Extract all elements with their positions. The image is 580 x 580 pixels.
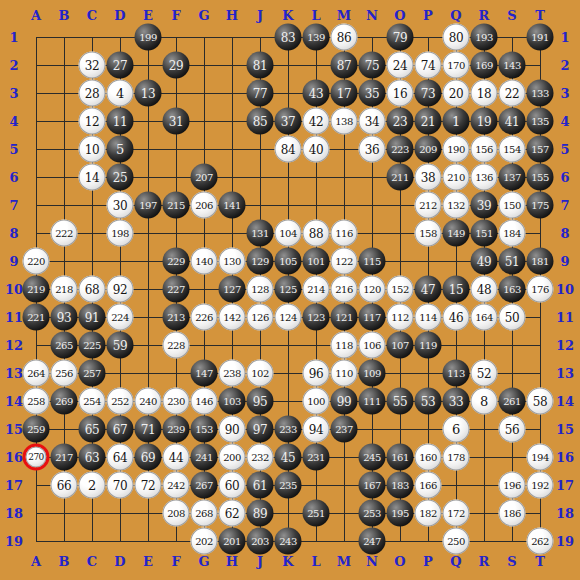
move-number: 80 bbox=[449, 31, 463, 43]
stone-L15[interactable]: 94 bbox=[303, 416, 330, 443]
stone-Q3[interactable]: 20 bbox=[443, 80, 470, 107]
stone-C6[interactable]: 14 bbox=[79, 164, 106, 191]
stone-D12[interactable]: 59 bbox=[107, 332, 134, 359]
stone-C3[interactable]: 28 bbox=[79, 80, 106, 107]
stone-G16[interactable]: 241 bbox=[191, 444, 218, 471]
move-number: 259 bbox=[27, 424, 45, 434]
stone-D5[interactable]: 5 bbox=[107, 136, 134, 163]
stone-N5[interactable]: 36 bbox=[359, 136, 386, 163]
coord-label-left-5: 5 bbox=[9, 143, 18, 156]
move-number: 136 bbox=[475, 172, 493, 182]
stone-J16[interactable]: 232 bbox=[247, 444, 274, 471]
stone-A14[interactable]: 258 bbox=[23, 388, 50, 415]
stone-B11[interactable]: 93 bbox=[51, 304, 78, 331]
stone-D3[interactable]: 4 bbox=[107, 80, 134, 107]
stone-N14[interactable]: 111 bbox=[359, 388, 386, 415]
stone-G18[interactable]: 268 bbox=[191, 500, 218, 527]
stone-J11[interactable]: 126 bbox=[247, 304, 274, 331]
stone-T16[interactable]: 194 bbox=[527, 444, 554, 471]
stone-O6[interactable]: 211 bbox=[387, 164, 414, 191]
stone-F15[interactable]: 239 bbox=[163, 416, 190, 443]
stone-H10[interactable]: 127 bbox=[219, 276, 246, 303]
stone-P4[interactable]: 21 bbox=[415, 108, 442, 135]
stone-Q13[interactable]: 113 bbox=[443, 360, 470, 387]
stone-P16[interactable]: 160 bbox=[415, 444, 442, 471]
stone-P6[interactable]: 38 bbox=[415, 164, 442, 191]
stone-O18[interactable]: 195 bbox=[387, 500, 414, 527]
move-number: 269 bbox=[55, 396, 73, 406]
move-number: 19 bbox=[477, 115, 491, 127]
stone-K5[interactable]: 84 bbox=[275, 136, 302, 163]
stone-K19[interactable]: 243 bbox=[275, 528, 302, 555]
stone-N13[interactable]: 109 bbox=[359, 360, 386, 387]
stone-D10[interactable]: 92 bbox=[107, 276, 134, 303]
stone-T6[interactable]: 155 bbox=[527, 164, 554, 191]
stone-J9[interactable]: 129 bbox=[247, 248, 274, 275]
move-number: 35 bbox=[365, 87, 379, 99]
stone-Q2[interactable]: 170 bbox=[443, 52, 470, 79]
coord-label-right-1: 1 bbox=[560, 31, 569, 44]
stone-Q19[interactable]: 250 bbox=[443, 528, 470, 555]
stone-N11[interactable]: 117 bbox=[359, 304, 386, 331]
stone-S4[interactable]: 41 bbox=[499, 108, 526, 135]
stone-Q15[interactable]: 6 bbox=[443, 416, 470, 443]
stone-S2[interactable]: 143 bbox=[499, 52, 526, 79]
coord-label-bottom-F: F bbox=[171, 555, 180, 568]
stone-R9[interactable]: 49 bbox=[471, 248, 498, 275]
stone-D14[interactable]: 252 bbox=[107, 388, 134, 415]
move-number: 181 bbox=[531, 256, 549, 266]
stone-H19[interactable]: 201 bbox=[219, 528, 246, 555]
stone-Q1[interactable]: 80 bbox=[443, 24, 470, 51]
stone-J8[interactable]: 131 bbox=[247, 220, 274, 247]
move-number: 72 bbox=[141, 479, 155, 491]
stone-D8[interactable]: 198 bbox=[107, 220, 134, 247]
stone-K16[interactable]: 45 bbox=[275, 444, 302, 471]
stone-N17[interactable]: 167 bbox=[359, 472, 386, 499]
stone-K9[interactable]: 105 bbox=[275, 248, 302, 275]
move-number: 184 bbox=[503, 228, 521, 238]
stone-S10[interactable]: 163 bbox=[499, 276, 526, 303]
stone-O1[interactable]: 79 bbox=[387, 24, 414, 51]
stone-K8[interactable]: 104 bbox=[275, 220, 302, 247]
stone-S15[interactable]: 56 bbox=[499, 416, 526, 443]
stone-B8[interactable]: 222 bbox=[51, 220, 78, 247]
stone-J13[interactable]: 102 bbox=[247, 360, 274, 387]
stone-H7[interactable]: 141 bbox=[219, 192, 246, 219]
stone-K11[interactable]: 124 bbox=[275, 304, 302, 331]
stone-B13[interactable]: 256 bbox=[51, 360, 78, 387]
stone-P17[interactable]: 166 bbox=[415, 472, 442, 499]
stone-M11[interactable]: 121 bbox=[331, 304, 358, 331]
stone-H14[interactable]: 103 bbox=[219, 388, 246, 415]
stone-H15[interactable]: 90 bbox=[219, 416, 246, 443]
stone-G9[interactable]: 140 bbox=[191, 248, 218, 275]
stone-S6[interactable]: 137 bbox=[499, 164, 526, 191]
stone-E15[interactable]: 71 bbox=[135, 416, 162, 443]
stone-D15[interactable]: 67 bbox=[107, 416, 134, 443]
move-number: 216 bbox=[335, 284, 353, 294]
coord-label-right-11: 11 bbox=[556, 311, 574, 324]
stone-E1[interactable]: 199 bbox=[135, 24, 162, 51]
stone-D16[interactable]: 64 bbox=[107, 444, 134, 471]
move-number: 77 bbox=[253, 87, 267, 99]
stone-R1[interactable]: 193 bbox=[471, 24, 498, 51]
stone-B12[interactable]: 265 bbox=[51, 332, 78, 359]
stone-L8[interactable]: 88 bbox=[303, 220, 330, 247]
stone-J17[interactable]: 61 bbox=[247, 472, 274, 499]
coord-label-bottom-S: S bbox=[507, 555, 516, 568]
move-number: 212 bbox=[419, 200, 437, 210]
move-number: 190 bbox=[447, 144, 465, 154]
stone-S17[interactable]: 196 bbox=[499, 472, 526, 499]
stone-L16[interactable]: 231 bbox=[303, 444, 330, 471]
stone-M8[interactable]: 116 bbox=[331, 220, 358, 247]
stone-B10[interactable]: 218 bbox=[51, 276, 78, 303]
stone-M12[interactable]: 118 bbox=[331, 332, 358, 359]
stone-R2[interactable]: 169 bbox=[471, 52, 498, 79]
coord-label-bottom-O: O bbox=[394, 555, 405, 568]
stone-G17[interactable]: 267 bbox=[191, 472, 218, 499]
stone-K1[interactable]: 83 bbox=[275, 24, 302, 51]
stone-M4[interactable]: 138 bbox=[331, 108, 358, 135]
stone-O4[interactable]: 23 bbox=[387, 108, 414, 135]
stone-M2[interactable]: 87 bbox=[331, 52, 358, 79]
stone-F7[interactable]: 215 bbox=[163, 192, 190, 219]
move-number: 111 bbox=[363, 396, 381, 406]
stone-B16[interactable]: 217 bbox=[51, 444, 78, 471]
stone-D17[interactable]: 70 bbox=[107, 472, 134, 499]
stone-J15[interactable]: 97 bbox=[247, 416, 274, 443]
stone-T9[interactable]: 181 bbox=[527, 248, 554, 275]
coord-label-top-O: O bbox=[394, 9, 405, 22]
move-number: 109 bbox=[363, 368, 381, 378]
stone-C16[interactable]: 63 bbox=[79, 444, 106, 471]
stone-T14[interactable]: 58 bbox=[527, 388, 554, 415]
coord-label-right-19: 19 bbox=[556, 535, 574, 548]
stone-N4[interactable]: 34 bbox=[359, 108, 386, 135]
stone-G14[interactable]: 146 bbox=[191, 388, 218, 415]
move-number: 43 bbox=[309, 87, 323, 99]
stone-T1[interactable]: 191 bbox=[527, 24, 554, 51]
stone-M3[interactable]: 17 bbox=[331, 80, 358, 107]
move-number: 221 bbox=[27, 312, 45, 322]
move-number: 69 bbox=[141, 451, 155, 463]
stone-N19[interactable]: 247 bbox=[359, 528, 386, 555]
stone-Q10[interactable]: 15 bbox=[443, 276, 470, 303]
stone-R3[interactable]: 18 bbox=[471, 80, 498, 107]
stone-R13[interactable]: 52 bbox=[471, 360, 498, 387]
move-number: 192 bbox=[531, 480, 549, 490]
stone-G15[interactable]: 153 bbox=[191, 416, 218, 443]
stone-J10[interactable]: 128 bbox=[247, 276, 274, 303]
move-number: 89 bbox=[253, 507, 267, 519]
stone-F16[interactable]: 44 bbox=[163, 444, 190, 471]
stone-M9[interactable]: 122 bbox=[331, 248, 358, 275]
stone-S18[interactable]: 186 bbox=[499, 500, 526, 527]
stone-H9[interactable]: 130 bbox=[219, 248, 246, 275]
move-number: 191 bbox=[531, 32, 549, 42]
stone-M10[interactable]: 216 bbox=[331, 276, 358, 303]
move-number: 265 bbox=[55, 340, 73, 350]
stone-C14[interactable]: 254 bbox=[79, 388, 106, 415]
stone-S7[interactable]: 150 bbox=[499, 192, 526, 219]
stone-A11[interactable]: 221 bbox=[23, 304, 50, 331]
stone-T3[interactable]: 133 bbox=[527, 80, 554, 107]
stone-R14[interactable]: 8 bbox=[471, 388, 498, 415]
stone-F2[interactable]: 29 bbox=[163, 52, 190, 79]
stone-N2[interactable]: 75 bbox=[359, 52, 386, 79]
stone-S8[interactable]: 184 bbox=[499, 220, 526, 247]
stone-L1[interactable]: 139 bbox=[303, 24, 330, 51]
stone-Q4[interactable]: 1 bbox=[443, 108, 470, 135]
stone-D2[interactable]: 27 bbox=[107, 52, 134, 79]
stone-F14[interactable]: 230 bbox=[163, 388, 190, 415]
stone-T19[interactable]: 262 bbox=[527, 528, 554, 555]
stone-F9[interactable]: 229 bbox=[163, 248, 190, 275]
stone-R11[interactable]: 164 bbox=[471, 304, 498, 331]
move-number: 224 bbox=[111, 312, 129, 322]
move-number: 160 bbox=[419, 452, 437, 462]
stone-L13[interactable]: 96 bbox=[303, 360, 330, 387]
stone-A13[interactable]: 264 bbox=[23, 360, 50, 387]
stone-T7[interactable]: 175 bbox=[527, 192, 554, 219]
stone-T5[interactable]: 157 bbox=[527, 136, 554, 163]
stone-A10[interactable]: 219 bbox=[23, 276, 50, 303]
stone-S5[interactable]: 154 bbox=[499, 136, 526, 163]
stone-R4[interactable]: 19 bbox=[471, 108, 498, 135]
stone-G7[interactable]: 206 bbox=[191, 192, 218, 219]
move-number: 60 bbox=[225, 479, 239, 491]
stone-J18[interactable]: 89 bbox=[247, 500, 274, 527]
stone-E7[interactable]: 197 bbox=[135, 192, 162, 219]
move-number: 56 bbox=[505, 423, 519, 435]
stone-F17[interactable]: 242 bbox=[163, 472, 190, 499]
move-number: 44 bbox=[169, 451, 183, 463]
stone-P5[interactable]: 209 bbox=[415, 136, 442, 163]
stone-T4[interactable]: 135 bbox=[527, 108, 554, 135]
stone-R7[interactable]: 39 bbox=[471, 192, 498, 219]
coord-label-right-9: 9 bbox=[560, 255, 569, 268]
move-number: 112 bbox=[391, 312, 409, 322]
stone-Q18[interactable]: 172 bbox=[443, 500, 470, 527]
stone-A16-last-move[interactable]: 270 bbox=[23, 444, 50, 471]
stone-N18[interactable]: 253 bbox=[359, 500, 386, 527]
stone-C5[interactable]: 10 bbox=[79, 136, 106, 163]
stone-S14[interactable]: 261 bbox=[499, 388, 526, 415]
stone-P10[interactable]: 47 bbox=[415, 276, 442, 303]
move-number: 41 bbox=[505, 115, 519, 127]
move-number: 93 bbox=[57, 311, 71, 323]
stone-F12[interactable]: 228 bbox=[163, 332, 190, 359]
stone-B14[interactable]: 269 bbox=[51, 388, 78, 415]
stone-J19[interactable]: 203 bbox=[247, 528, 274, 555]
stone-M13[interactable]: 110 bbox=[331, 360, 358, 387]
stone-R10[interactable]: 48 bbox=[471, 276, 498, 303]
stone-S3[interactable]: 22 bbox=[499, 80, 526, 107]
stone-L9[interactable]: 101 bbox=[303, 248, 330, 275]
stone-G6[interactable]: 207 bbox=[191, 164, 218, 191]
stone-T17[interactable]: 192 bbox=[527, 472, 554, 499]
stone-O5[interactable]: 223 bbox=[387, 136, 414, 163]
stone-P12[interactable]: 119 bbox=[415, 332, 442, 359]
stone-H18[interactable]: 62 bbox=[219, 500, 246, 527]
move-number: 152 bbox=[391, 284, 409, 294]
stone-Q5[interactable]: 190 bbox=[443, 136, 470, 163]
coord-label-right-17: 17 bbox=[556, 479, 574, 492]
stone-H17[interactable]: 60 bbox=[219, 472, 246, 499]
stone-O16[interactable]: 161 bbox=[387, 444, 414, 471]
stone-D11[interactable]: 224 bbox=[107, 304, 134, 331]
stone-R6[interactable]: 136 bbox=[471, 164, 498, 191]
stone-K15[interactable]: 233 bbox=[275, 416, 302, 443]
stone-J2[interactable]: 81 bbox=[247, 52, 274, 79]
move-number: 210 bbox=[447, 172, 465, 182]
move-number: 81 bbox=[253, 59, 267, 71]
stone-L14[interactable]: 100 bbox=[303, 388, 330, 415]
stone-F18[interactable]: 208 bbox=[163, 500, 190, 527]
stone-F10[interactable]: 227 bbox=[163, 276, 190, 303]
move-number: 141 bbox=[223, 200, 241, 210]
stone-O12[interactable]: 107 bbox=[387, 332, 414, 359]
stone-P8[interactable]: 158 bbox=[415, 220, 442, 247]
move-number: 85 bbox=[253, 115, 267, 127]
stone-L4[interactable]: 42 bbox=[303, 108, 330, 135]
stone-A9[interactable]: 220 bbox=[23, 248, 50, 275]
move-number: 92 bbox=[113, 283, 127, 295]
stone-O14[interactable]: 55 bbox=[387, 388, 414, 415]
stone-O11[interactable]: 112 bbox=[387, 304, 414, 331]
stone-E17[interactable]: 72 bbox=[135, 472, 162, 499]
stone-Q6[interactable]: 210 bbox=[443, 164, 470, 191]
move-number: 103 bbox=[223, 396, 241, 406]
stone-P7[interactable]: 212 bbox=[415, 192, 442, 219]
stone-O3[interactable]: 16 bbox=[387, 80, 414, 107]
stone-F11[interactable]: 213 bbox=[163, 304, 190, 331]
stone-D4[interactable]: 11 bbox=[107, 108, 134, 135]
stone-S9[interactable]: 51 bbox=[499, 248, 526, 275]
move-number: 133 bbox=[531, 88, 549, 98]
stone-C12[interactable]: 225 bbox=[79, 332, 106, 359]
stone-M14[interactable]: 99 bbox=[331, 388, 358, 415]
move-number: 150 bbox=[503, 200, 521, 210]
stone-L18[interactable]: 251 bbox=[303, 500, 330, 527]
coord-label-left-16: 16 bbox=[5, 451, 23, 464]
stone-E14[interactable]: 240 bbox=[135, 388, 162, 415]
stone-G11[interactable]: 226 bbox=[191, 304, 218, 331]
move-number: 206 bbox=[195, 200, 213, 210]
stone-S11[interactable]: 50 bbox=[499, 304, 526, 331]
stone-J4[interactable]: 85 bbox=[247, 108, 274, 135]
stone-T10[interactable]: 176 bbox=[527, 276, 554, 303]
move-number: 151 bbox=[475, 228, 493, 238]
coord-label-right-6: 6 bbox=[560, 171, 569, 184]
move-number: 155 bbox=[531, 172, 549, 182]
stone-C11[interactable]: 91 bbox=[79, 304, 106, 331]
move-number: 194 bbox=[531, 452, 549, 462]
coord-label-top-T: T bbox=[535, 9, 545, 22]
stone-O2[interactable]: 24 bbox=[387, 52, 414, 79]
stone-O10[interactable]: 152 bbox=[387, 276, 414, 303]
stone-J3[interactable]: 77 bbox=[247, 80, 274, 107]
stone-E16[interactable]: 69 bbox=[135, 444, 162, 471]
stone-M15[interactable]: 237 bbox=[331, 416, 358, 443]
stone-D7[interactable]: 30 bbox=[107, 192, 134, 219]
coord-label-left-17: 17 bbox=[5, 479, 23, 492]
stone-N12[interactable]: 106 bbox=[359, 332, 386, 359]
stone-H16[interactable]: 200 bbox=[219, 444, 246, 471]
stone-B17[interactable]: 66 bbox=[51, 472, 78, 499]
stone-M1[interactable]: 86 bbox=[331, 24, 358, 51]
stone-E3[interactable]: 13 bbox=[135, 80, 162, 107]
stone-C4[interactable]: 12 bbox=[79, 108, 106, 135]
coord-label-top-B: B bbox=[59, 9, 70, 22]
stone-N16[interactable]: 245 bbox=[359, 444, 386, 471]
move-number: 222 bbox=[55, 228, 73, 238]
stone-H11[interactable]: 142 bbox=[219, 304, 246, 331]
move-number: 154 bbox=[503, 144, 521, 154]
stone-N3[interactable]: 35 bbox=[359, 80, 386, 107]
stone-O17[interactable]: 183 bbox=[387, 472, 414, 499]
stone-R8[interactable]: 151 bbox=[471, 220, 498, 247]
stone-F4[interactable]: 31 bbox=[163, 108, 190, 135]
stone-C2[interactable]: 32 bbox=[79, 52, 106, 79]
stone-J14[interactable]: 95 bbox=[247, 388, 274, 415]
coord-label-top-L: L bbox=[311, 9, 320, 22]
stone-H13[interactable]: 238 bbox=[219, 360, 246, 387]
stone-P11[interactable]: 114 bbox=[415, 304, 442, 331]
stone-N9[interactable]: 115 bbox=[359, 248, 386, 275]
stone-N10[interactable]: 120 bbox=[359, 276, 386, 303]
stone-C10[interactable]: 68 bbox=[79, 276, 106, 303]
stone-L10[interactable]: 214 bbox=[303, 276, 330, 303]
stone-Q7[interactable]: 132 bbox=[443, 192, 470, 219]
stone-Q11[interactable]: 46 bbox=[443, 304, 470, 331]
stone-K4[interactable]: 37 bbox=[275, 108, 302, 135]
move-number: 22 bbox=[505, 87, 519, 99]
stone-C17[interactable]: 2 bbox=[79, 472, 106, 499]
move-number: 119 bbox=[419, 340, 437, 350]
stone-D6[interactable]: 25 bbox=[107, 164, 134, 191]
stone-Q8[interactable]: 149 bbox=[443, 220, 470, 247]
stone-P2[interactable]: 74 bbox=[415, 52, 442, 79]
stone-P14[interactable]: 53 bbox=[415, 388, 442, 415]
stone-P18[interactable]: 182 bbox=[415, 500, 442, 527]
coord-label-right-7: 7 bbox=[560, 199, 569, 212]
stone-L3[interactable]: 43 bbox=[303, 80, 330, 107]
move-number: 235 bbox=[279, 480, 297, 490]
stone-Q14[interactable]: 33 bbox=[443, 388, 470, 415]
coord-label-left-6: 6 bbox=[9, 171, 18, 184]
move-number: 250 bbox=[447, 536, 465, 546]
move-number: 232 bbox=[251, 452, 269, 462]
stone-P3[interactable]: 73 bbox=[415, 80, 442, 107]
stone-G13[interactable]: 147 bbox=[191, 360, 218, 387]
coord-label-top-C: C bbox=[87, 9, 97, 22]
stone-A15[interactable]: 259 bbox=[23, 416, 50, 443]
stone-L11[interactable]: 123 bbox=[303, 304, 330, 331]
stone-K17[interactable]: 235 bbox=[275, 472, 302, 499]
stone-Q16[interactable]: 178 bbox=[443, 444, 470, 471]
stone-R5[interactable]: 156 bbox=[471, 136, 498, 163]
stone-C15[interactable]: 65 bbox=[79, 416, 106, 443]
stone-K10[interactable]: 125 bbox=[275, 276, 302, 303]
stone-L5[interactable]: 40 bbox=[303, 136, 330, 163]
stone-C13[interactable]: 257 bbox=[79, 360, 106, 387]
move-number: 47 bbox=[421, 283, 435, 295]
stone-G19[interactable]: 202 bbox=[191, 528, 218, 555]
coord-label-top-A: A bbox=[31, 9, 41, 22]
